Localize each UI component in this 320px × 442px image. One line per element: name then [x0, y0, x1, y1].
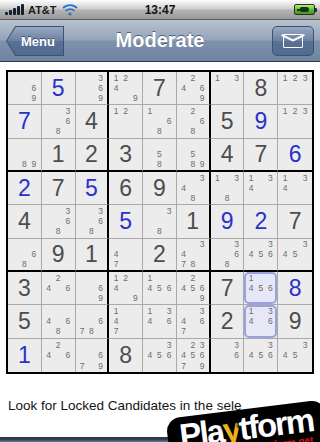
cell-r4c6[interactable]: 348	[177, 172, 211, 205]
candidate-grid: 168	[143, 105, 176, 137]
candidate-grid: 13	[211, 72, 244, 104]
cell-r9c6[interactable]: 2345679	[177, 339, 211, 372]
candidate-digit: 3	[300, 106, 310, 116]
candidate-grid: 345	[278, 339, 312, 372]
candidate-digit: 1	[145, 106, 155, 116]
cell-r7c9[interactable]: 8	[278, 272, 312, 305]
navigation-bar: Moderate Menu	[0, 20, 320, 62]
cell-r4c2[interactable]: 7	[42, 172, 76, 205]
candidate-grid: 1249	[109, 72, 142, 104]
candidate-digit: 1	[280, 173, 290, 183]
cell-r9c4[interactable]: 8	[109, 339, 143, 372]
cell-r1c6[interactable]: 2469	[177, 72, 211, 105]
cell-r5c3[interactable]: 368	[76, 205, 110, 238]
candidate-digit: 5	[290, 350, 300, 360]
candidate-digit: 6	[96, 350, 105, 360]
cell-r3c2[interactable]: 1	[42, 139, 76, 172]
given-digit: 1	[42, 139, 75, 170]
candidate-grid: 1346	[244, 305, 277, 337]
cell-r4c8[interactable]: 134	[244, 172, 278, 205]
candidate-digit: 6	[63, 350, 73, 360]
given-digit: 1	[76, 239, 108, 270]
cell-r1c9[interactable]: 123	[278, 72, 312, 105]
candidate-digit: 4	[246, 350, 256, 360]
candidate-grid: 368	[211, 239, 244, 270]
candidate-digit: 9	[197, 293, 206, 303]
candidate-digit: 2	[188, 273, 197, 283]
candidate-digit: 6	[63, 216, 73, 226]
candidate-grid: 678	[76, 305, 108, 337]
menu-back-label: Menu	[21, 34, 55, 49]
cell-r1c7[interactable]: 13	[211, 72, 245, 105]
cell-r2c5[interactable]: 168	[143, 105, 177, 138]
candidate-digit: 9	[96, 361, 105, 371]
sudoku-board: 6953691249724691381237368412168268591238…	[6, 70, 314, 374]
candidate-digit: 3	[300, 73, 310, 83]
entered-digit: 9	[244, 105, 277, 137]
cell-r7c3[interactable]: 69	[76, 272, 110, 305]
cell-r6c2[interactable]: 9	[42, 239, 76, 272]
candidate-grid: 368	[42, 205, 75, 237]
candidate-digit: 6	[63, 283, 73, 293]
candidate-digit: 1	[246, 273, 256, 283]
candidate-digit: 3	[63, 106, 73, 116]
given-digit: 9	[143, 172, 176, 204]
candidate-digit: 4	[111, 283, 121, 293]
candidate-digit: 6	[232, 350, 242, 360]
candidate-digit: 4	[44, 316, 54, 326]
candidate-digit: 2	[121, 73, 131, 83]
candidate-digit: 2	[188, 106, 197, 116]
cell-r8c6[interactable]: 3467	[177, 305, 211, 338]
cell-r8c8[interactable]: 1346	[244, 305, 278, 338]
given-digit: 1	[177, 205, 209, 237]
given-digit: 8	[109, 339, 142, 372]
given-digit: 7	[244, 139, 277, 170]
candidate-digit: 1	[246, 173, 256, 183]
cell-r9c2[interactable]: 246	[42, 339, 76, 372]
candidate-digit: 3	[300, 340, 310, 350]
candidate-grid: 369	[76, 72, 108, 104]
candidate-grid: 89	[8, 139, 41, 170]
candidate-digit: 2	[290, 73, 300, 83]
cell-r9c3[interactable]: 679	[76, 339, 110, 372]
candidate-digit: 6	[29, 83, 39, 93]
candidate-grid: 38	[143, 205, 176, 237]
candidate-digit: 5	[155, 149, 165, 159]
candidate-digit: 1	[280, 106, 290, 116]
candidate-digit: 4	[246, 283, 256, 293]
candidate-digit: 9	[29, 93, 39, 103]
cell-r7c4[interactable]: 1249	[109, 272, 143, 305]
candidate-digit: 4	[145, 316, 155, 326]
candidate-digit: 2	[188, 340, 197, 350]
envelope-icon	[283, 34, 303, 48]
candidate-digit: 8	[20, 159, 30, 169]
cell-r7c7[interactable]: 7	[211, 272, 245, 305]
candidate-digit: 4	[145, 283, 155, 293]
candidate-digit: 8	[53, 127, 63, 137]
cell-r9c7[interactable]: 36	[211, 339, 245, 372]
candidate-digit: 8	[20, 259, 30, 269]
candidate-grid: 368	[42, 105, 75, 137]
candidate-digit: 9	[197, 93, 206, 103]
candidate-digit: 7	[179, 259, 188, 269]
cell-r1c1[interactable]: 69	[8, 72, 42, 105]
cell-r8c1[interactable]: 5	[8, 305, 42, 338]
cell-r2c6[interactable]: 268	[177, 105, 211, 138]
mail-button[interactable]	[272, 26, 314, 56]
candidate-digit: 6	[164, 116, 174, 126]
candidate-digit: 3	[96, 73, 105, 83]
cell-r4c3[interactable]: 5	[76, 172, 110, 205]
entered-digit: 9	[211, 205, 244, 237]
candidate-digit: 1	[280, 73, 290, 83]
candidate-grid: 12	[109, 105, 142, 137]
candidate-digit: 3	[164, 206, 174, 216]
cell-r7c6[interactable]: 24569	[177, 272, 211, 305]
candidate-grid: 69	[76, 272, 108, 304]
given-digit: 7	[42, 172, 75, 204]
cell-r4c4[interactable]: 6	[109, 172, 143, 205]
entered-digit: 5	[42, 72, 75, 104]
candidate-digit: 8	[155, 127, 165, 137]
candidate-digit: 6	[63, 316, 73, 326]
given-digit: 7	[278, 205, 312, 237]
cell-r8c5[interactable]: 1346	[143, 305, 177, 338]
cell-r9c1[interactable]: 1	[8, 339, 42, 372]
candidate-digit: 7	[179, 361, 188, 371]
candidate-digit: 8	[53, 327, 63, 337]
candidate-digit: 5	[256, 249, 266, 259]
cell-r7c5[interactable]: 1456	[143, 272, 177, 305]
candidate-digit: 5	[188, 283, 197, 293]
candidate-grid: 368	[76, 205, 108, 237]
candidate-digit: 5	[188, 149, 197, 159]
candidate-digit: 3	[197, 240, 206, 250]
given-digit: 8	[244, 72, 277, 104]
candidate-digit: 8	[188, 193, 197, 203]
candidate-digit: 3	[96, 206, 105, 216]
given-digit: 9	[42, 239, 75, 270]
candidate-grid: 123	[278, 72, 312, 104]
cell-r4c7[interactable]: 138	[211, 172, 245, 205]
candidate-grid: 58	[143, 139, 176, 170]
candidate-grid: 246	[42, 272, 75, 304]
candidate-digit: 8	[53, 227, 63, 237]
cell-r5c4[interactable]: 5	[109, 205, 143, 238]
candidate-digit: 3	[266, 173, 276, 183]
candidate-grid: 3467	[177, 305, 209, 337]
candidate-digit: 8	[188, 259, 197, 269]
candidate-grid: 1456	[244, 272, 277, 304]
candidate-digit: 6	[164, 350, 174, 360]
cell-r2c3[interactable]: 4	[76, 105, 110, 138]
candidate-digit: 4	[280, 350, 290, 360]
candidate-digit: 6	[266, 249, 276, 259]
entered-digit: 1	[8, 339, 41, 372]
cell-r6c3[interactable]: 1	[76, 239, 110, 272]
candidate-grid: 68	[8, 239, 41, 270]
cell-r1c2[interactable]: 5	[42, 72, 76, 105]
candidate-digit: 6	[197, 283, 206, 293]
entered-digit: 5	[109, 205, 142, 237]
candidate-digit: 4	[246, 183, 256, 193]
cell-r9c5[interactable]: 3456	[143, 339, 177, 372]
menu-back-button[interactable]: Menu	[6, 26, 64, 56]
candidate-grid: 589	[177, 139, 209, 170]
entered-digit: 7	[8, 105, 41, 137]
candidate-digit: 3	[232, 173, 242, 183]
candidate-digit: 3	[266, 306, 276, 316]
candidate-digit: 5	[256, 350, 266, 360]
candidate-digit: 4	[280, 249, 290, 259]
given-digit: 5	[8, 305, 41, 337]
entered-digit: 8	[278, 272, 312, 304]
candidate-digit: 4	[280, 183, 290, 193]
cell-r5c5[interactable]: 38	[143, 205, 177, 238]
cell-r8c4[interactable]: 147	[109, 305, 143, 338]
candidate-digit: 4	[44, 350, 54, 360]
candidate-grid: 36	[211, 339, 244, 372]
candidate-digit: 4	[145, 350, 155, 360]
cell-r6c8[interactable]: 3456	[244, 239, 278, 272]
candidate-digit: 4	[111, 83, 121, 93]
candidate-digit: 9	[96, 293, 105, 303]
cell-r3c9[interactable]: 6	[278, 139, 312, 172]
candidate-grid: 3478	[177, 239, 209, 270]
cell-r2c7[interactable]: 5	[211, 105, 245, 138]
cell-r6c9[interactable]: 345	[278, 239, 312, 272]
candidate-digit: 2	[188, 73, 197, 83]
candidate-digit: 1	[111, 273, 121, 283]
candidate-digit: 1	[145, 273, 155, 283]
cell-r6c4[interactable]: 47	[109, 239, 143, 272]
cell-r1c5[interactable]: 7	[143, 72, 177, 105]
candidate-digit: 6	[96, 283, 105, 293]
candidate-digit: 9	[96, 93, 105, 103]
candidate-grid: 147	[109, 305, 142, 337]
given-digit: 3	[109, 139, 142, 170]
cell-r2c9[interactable]: 123	[278, 105, 312, 138]
cell-r4c1[interactable]: 2	[8, 172, 42, 205]
candidate-digit: 7	[179, 327, 188, 337]
candidate-digit: 1	[213, 173, 223, 183]
candidate-digit: 9	[131, 93, 141, 103]
cell-r1c4[interactable]: 1249	[109, 72, 143, 105]
candidate-digit: 3	[197, 173, 206, 183]
candidate-grid: 69	[8, 72, 41, 104]
cell-r3c8[interactable]: 7	[244, 139, 278, 172]
candidate-grid: 3456	[244, 339, 277, 372]
cell-r7c1[interactable]: 3	[8, 272, 42, 305]
candidate-digit: 2	[53, 340, 63, 350]
candidate-digit: 6	[29, 249, 39, 259]
candidate-digit: 3	[63, 206, 73, 216]
candidate-digit: 3	[266, 340, 276, 350]
cell-r8c3[interactable]: 678	[76, 305, 110, 338]
candidate-digit: 3	[164, 340, 174, 350]
candidate-grid: 134	[244, 172, 277, 204]
cell-r5c2[interactable]: 368	[42, 205, 76, 238]
given-digit: 2	[76, 139, 108, 170]
candidate-grid: 1346	[143, 305, 176, 337]
cell-r4c5[interactable]: 9	[143, 172, 177, 205]
candidate-grid: 138	[211, 172, 244, 204]
candidate-digit: 6	[197, 316, 206, 326]
candidate-digit: 4	[179, 350, 188, 360]
cell-r5c6[interactable]: 1	[177, 205, 211, 238]
candidate-grid: 246	[42, 339, 75, 372]
cell-r3c4[interactable]: 3	[109, 139, 143, 172]
cell-r3c3[interactable]: 2	[76, 139, 110, 172]
cell-r3c1[interactable]: 89	[8, 139, 42, 172]
candidate-digit: 9	[131, 293, 141, 303]
candidate-digit: 4	[179, 249, 188, 259]
cell-r2c4[interactable]: 12	[109, 105, 143, 138]
candidate-digit: 8	[87, 327, 96, 337]
cell-r6c7[interactable]: 368	[211, 239, 245, 272]
candidate-grid: 3456	[143, 339, 176, 372]
entered-digit: 2	[8, 172, 41, 204]
cell-r9c9[interactable]: 345	[278, 339, 312, 372]
cell-r8c2[interactable]: 468	[42, 305, 76, 338]
candidate-digit: 1	[111, 73, 121, 83]
candidate-digit: 2	[290, 106, 300, 116]
candidate-digit: 6	[266, 316, 276, 326]
candidate-digit: 7	[111, 259, 121, 269]
candidate-grid: 24569	[177, 272, 209, 304]
hint-text: Look for Locked Candidates in the sele	[8, 398, 241, 413]
candidate-digit: 7	[78, 327, 87, 337]
candidate-grid: 3456	[244, 239, 277, 270]
cell-r5c9[interactable]: 7	[278, 205, 312, 238]
candidate-digit: 4	[111, 316, 121, 326]
cell-r3c5[interactable]: 58	[143, 139, 177, 172]
candidate-digit: 3	[300, 240, 310, 250]
candidate-digit: 6	[197, 116, 206, 126]
candidate-digit: 1	[111, 306, 121, 316]
cell-r7c8[interactable]: 1456	[244, 272, 278, 305]
candidate-digit: 7	[78, 361, 87, 371]
candidate-digit: 5	[290, 249, 300, 259]
candidate-digit: 2	[121, 106, 131, 116]
candidate-digit: 9	[197, 159, 206, 169]
candidate-digit: 5	[155, 350, 165, 360]
cell-r3c6[interactable]: 589	[177, 139, 211, 172]
candidate-digit: 1	[145, 306, 155, 316]
status-bar: AT&T 13:47	[0, 0, 320, 20]
candidate-digit: 8	[155, 159, 165, 169]
given-digit: 5	[211, 105, 244, 137]
candidate-digit: 8	[222, 193, 232, 203]
given-digit: 2	[211, 305, 244, 337]
candidate-digit: 8	[188, 159, 197, 169]
candidate-digit: 6	[96, 83, 105, 93]
candidate-digit: 2	[53, 273, 63, 283]
candidate-digit: 6	[266, 350, 276, 360]
candidate-digit: 6	[96, 316, 105, 326]
clock: 13:47	[0, 3, 320, 17]
candidate-digit: 4	[179, 83, 188, 93]
given-digit: 2	[143, 239, 176, 270]
cell-r7c2[interactable]: 246	[42, 272, 76, 305]
cell-r9c8[interactable]: 3456	[244, 339, 278, 372]
candidate-digit: 9	[197, 361, 206, 371]
candidate-digit: 3	[164, 306, 174, 316]
candidate-digit: 6	[197, 350, 206, 360]
candidate-digit: 4	[44, 283, 54, 293]
candidate-digit: 8	[155, 227, 165, 237]
cell-r1c3[interactable]: 369	[76, 72, 110, 105]
candidate-grid: 345	[278, 239, 312, 270]
candidate-grid: 268	[177, 105, 209, 137]
candidate-digit: 1	[246, 306, 256, 316]
candidate-grid: 679	[76, 339, 108, 372]
candidate-grid: 47	[109, 239, 142, 270]
candidate-digit: 3	[232, 73, 242, 83]
candidate-digit: 6	[164, 316, 174, 326]
entered-digit: 5	[76, 172, 108, 204]
cell-r5c1[interactable]: 4	[8, 205, 42, 238]
entered-digit: 6	[278, 139, 312, 170]
candidate-digit: 8	[87, 227, 96, 237]
candidate-digit: 4	[179, 283, 188, 293]
candidate-digit: 5	[155, 283, 165, 293]
candidate-grid: 1249	[109, 272, 142, 304]
candidate-grid: 2345679	[177, 339, 209, 372]
candidate-digit: 3	[197, 340, 206, 350]
candidate-digit: 7	[111, 327, 121, 337]
candidate-digit: 4	[246, 249, 256, 259]
candidate-grid: 348	[177, 172, 209, 204]
candidate-digit: 3	[232, 340, 242, 350]
cell-r3c7[interactable]: 4	[211, 139, 245, 172]
given-digit: 4	[8, 205, 41, 237]
cell-r6c6[interactable]: 3478	[177, 239, 211, 272]
iphone-screen: AT&T 13:47 Moderate Menu 695369124972469…	[0, 0, 320, 442]
cell-r5c8[interactable]: 2	[244, 205, 278, 238]
candidate-digit: 6	[63, 116, 73, 126]
given-digit: 3	[8, 272, 41, 304]
cell-r4c9[interactable]: 134	[278, 172, 312, 205]
cell-r6c1[interactable]: 68	[8, 239, 42, 272]
cell-r6c5[interactable]: 2	[143, 239, 177, 272]
cell-r8c9[interactable]: 9	[278, 305, 312, 338]
cell-r2c1[interactable]: 7	[8, 105, 42, 138]
given-digit: 6	[109, 172, 142, 204]
candidate-grid: 2469	[177, 72, 209, 104]
candidate-digit: 3	[232, 240, 242, 250]
battery-icon	[294, 4, 315, 15]
candidate-digit: 6	[96, 216, 105, 226]
cell-r2c8[interactable]: 9	[244, 105, 278, 138]
candidate-digit: 1	[213, 73, 223, 83]
cell-r5c7[interactable]: 9	[211, 205, 245, 238]
candidate-grid: 134	[278, 172, 312, 204]
candidate-digit: 6	[266, 283, 276, 293]
cell-r8c7[interactable]: 2	[211, 305, 245, 338]
candidate-grid: 1456	[143, 272, 176, 304]
cell-r2c2[interactable]: 368	[42, 105, 76, 138]
candidate-digit: 3	[266, 240, 276, 250]
candidate-grid: 123	[278, 105, 312, 137]
candidate-digit: 5	[256, 283, 266, 293]
candidate-digit: 6	[197, 83, 206, 93]
candidate-digit: 2	[121, 273, 131, 283]
cell-r1c8[interactable]: 8	[244, 72, 278, 105]
candidate-digit: 4	[179, 183, 188, 193]
